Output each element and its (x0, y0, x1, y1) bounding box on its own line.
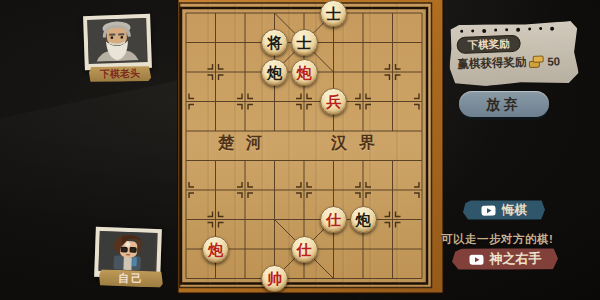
god-hand-hint: 可以走一步对方的棋! (441, 232, 571, 247)
gold-ingot-icon (528, 55, 545, 69)
video-play-icon (481, 205, 496, 216)
give-up-button[interactable]: 放弃 (459, 91, 549, 117)
piece-red-general[interactable]: 帅 (261, 265, 288, 292)
god-hand-label: 神之右手 (489, 250, 541, 268)
reward-line: 赢棋获得奖励 50 (457, 53, 578, 72)
god-hand-button[interactable]: 神之右手 (452, 248, 558, 271)
self-name: 自己 (118, 272, 144, 285)
piece-black-cannon[interactable]: 炮 (350, 206, 377, 233)
piece-red-advisor[interactable]: 仕 (320, 206, 347, 233)
opponent-name-banner: 下棋老头 (89, 65, 151, 83)
video-play-icon (468, 254, 483, 265)
reward-badge: 下棋奖励 (456, 35, 521, 54)
piece-red-advisor[interactable]: 仕 (291, 236, 318, 263)
piece-black-advisor[interactable]: 士 (291, 29, 318, 56)
piece-black-advisor[interactable]: 士 (320, 0, 347, 27)
xiangqi-board[interactable]: 楚河 汉界 士将士炮炮兵仕炮炮仕帅 (177, 0, 444, 294)
reward-text: 赢棋获得奖励 (457, 55, 526, 72)
opponent-portrait (87, 18, 146, 62)
paper-holes (460, 26, 577, 34)
opponent-name: 下棋老头 (100, 67, 140, 79)
game-screen: 楚河 汉界 士将士炮炮兵仕炮炮仕帅 下棋老头 (0, 0, 600, 300)
undo-button[interactable]: 悔棋 (463, 200, 545, 221)
self-portrait (98, 231, 155, 271)
piece-black-general[interactable]: 将 (261, 29, 288, 56)
reward-amount: 50 (547, 55, 560, 67)
reward-note: 下棋奖励 赢棋获得奖励 50 (448, 21, 579, 87)
opponent-avatar (83, 14, 152, 70)
piece-red-soldier[interactable]: 兵 (320, 88, 347, 115)
piece-black-cannon[interactable]: 炮 (261, 59, 288, 86)
piece-red-cannon[interactable]: 炮 (202, 236, 229, 263)
undo-label: 悔棋 (502, 201, 527, 218)
piece-red-cannon[interactable]: 炮 (291, 59, 318, 86)
self-name-banner: 自己 (99, 269, 163, 288)
